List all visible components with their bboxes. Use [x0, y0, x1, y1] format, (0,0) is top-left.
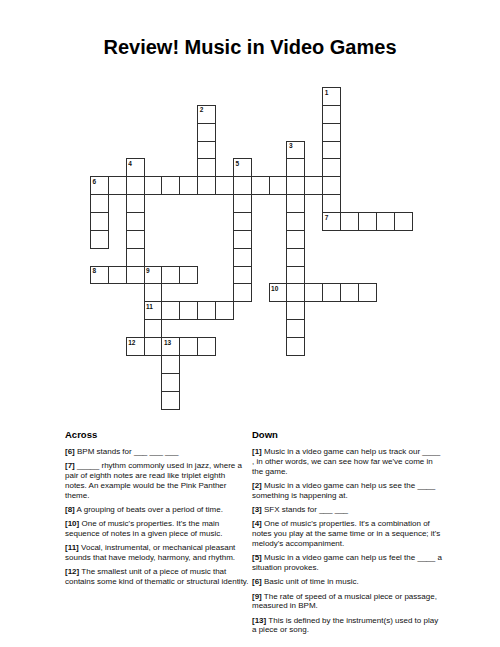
- grid-cell-r4c8[interactable]: 5: [233, 158, 252, 177]
- across-clue-12: [12] The smallest unit of a piece of mus…: [65, 567, 249, 587]
- grid-cell-r11c14[interactable]: [340, 283, 359, 302]
- grid-cell-r11c13[interactable]: [322, 283, 341, 302]
- cell-number: 11: [146, 303, 153, 310]
- grid-cell-r0c13[interactable]: 1: [322, 87, 341, 106]
- grid-cell-r2c13[interactable]: [322, 123, 341, 142]
- grid-cell-r5c9[interactable]: [251, 176, 270, 195]
- across-clue-10: [10] One of music's properties. It's the…: [65, 519, 249, 539]
- grid-cell-r9c8[interactable]: [233, 248, 252, 267]
- grid-cell-r12c6[interactable]: [197, 301, 216, 320]
- clue-text: The rate of speed of a musical piece or …: [252, 592, 437, 611]
- cell-number: 6: [93, 178, 97, 185]
- cell-number: 5: [235, 160, 239, 167]
- clue-text: The smallest unit of a piece of music th…: [65, 567, 249, 586]
- grid-cell-r10c1[interactable]: [108, 266, 127, 285]
- grid-cell-r13c11[interactable]: [286, 319, 305, 338]
- grid-cell-r5c6[interactable]: [197, 176, 216, 195]
- across-clue-list: [6] BPM stands for ___ ___ ___[7] _____ …: [65, 447, 249, 587]
- grid-cell-r12c4[interactable]: [161, 301, 180, 320]
- grid-cell-r7c15[interactable]: [358, 212, 377, 231]
- grid-cell-r6c13[interactable]: [322, 194, 341, 213]
- down-clues-section: Down [1] Music in a video game can help …: [252, 429, 444, 640]
- clue-text: One of music's properties. It's the main…: [65, 519, 222, 538]
- cell-number: 1: [325, 89, 329, 96]
- grid-cell-r14c6[interactable]: [197, 337, 216, 356]
- grid-cell-r3c11[interactable]: 3: [286, 141, 305, 160]
- down-clue-list: [1] Music in a video game can help us tr…: [252, 447, 444, 635]
- down-clue-3: [3] SFX stands for ___ ___: [252, 505, 444, 515]
- cell-number: 3: [289, 142, 293, 149]
- down-clue-4: [4] One of music's properties. It's a co…: [252, 519, 444, 548]
- crossword-worksheet-page: Review! Music in Video Games 12345678910…: [0, 0, 500, 647]
- clue-text: BPM stands for ___ ___ ___: [77, 447, 178, 456]
- down-clue-13: [13] This is defined by the instrument(s…: [252, 616, 444, 636]
- grid-cell-r10c4[interactable]: [161, 266, 180, 285]
- clue-text: One of music's properties. It's a combin…: [252, 519, 440, 548]
- grid-cell-r5c11[interactable]: [286, 176, 305, 195]
- grid-cell-r10c3[interactable]: 9: [144, 266, 163, 285]
- down-clue-5: [5] Music in a video game can help us fe…: [252, 553, 444, 573]
- grid-cell-r3c13[interactable]: [322, 141, 341, 160]
- grid-cell-r7c14[interactable]: [340, 212, 359, 231]
- grid-cell-r12c3[interactable]: 11: [144, 301, 163, 320]
- grid-cell-r10c2[interactable]: [126, 266, 145, 285]
- grid-cell-r3c6[interactable]: [197, 141, 216, 160]
- cell-number: 12: [128, 339, 135, 346]
- grid-cell-r10c5[interactable]: [179, 266, 198, 285]
- clue-number: [2]: [252, 481, 262, 490]
- cell-number: 7: [325, 214, 329, 221]
- puzzle-title: Review! Music in Video Games: [0, 36, 500, 59]
- grid-cell-r7c2[interactable]: [126, 212, 145, 231]
- clue-text: Music in a video game can help us see th…: [252, 481, 435, 500]
- down-clue-2: [2] Music in a video game can help us se…: [252, 481, 444, 501]
- clue-text: A grouping of beats over a period of tim…: [77, 505, 223, 514]
- clue-number: [13]: [252, 616, 266, 625]
- grid-cell-r12c11[interactable]: [286, 301, 305, 320]
- grid-cell-r9c11[interactable]: [286, 248, 305, 267]
- clue-number: [6]: [252, 577, 262, 586]
- grid-cell-r11c11[interactable]: [286, 283, 305, 302]
- grid-cell-r14c5[interactable]: [179, 337, 198, 356]
- grid-cell-r6c2[interactable]: [126, 194, 145, 213]
- grid-cell-r11c3[interactable]: [144, 283, 163, 302]
- across-clue-8: [8] A grouping of beats over a period of…: [65, 505, 249, 515]
- grid-cell-r13c3[interactable]: [144, 319, 163, 338]
- grid-cell-r5c3[interactable]: [144, 176, 163, 195]
- grid-cell-r11c15[interactable]: [358, 283, 377, 302]
- grid-cell-r14c3[interactable]: [144, 337, 163, 356]
- grid-cell-r17c4[interactable]: [161, 391, 180, 410]
- grid-cell-r9c2[interactable]: [126, 248, 145, 267]
- grid-cell-r6c11[interactable]: [286, 194, 305, 213]
- grid-cell-r10c11[interactable]: [286, 266, 305, 285]
- grid-cell-r8c8[interactable]: [233, 230, 252, 249]
- grid-cell-r5c0[interactable]: 6: [90, 176, 109, 195]
- clue-number: [5]: [252, 553, 262, 562]
- clue-number: [6]: [65, 447, 75, 456]
- grid-cell-r7c13[interactable]: 7: [322, 212, 341, 231]
- grid-cell-r12c5[interactable]: [179, 301, 198, 320]
- grid-cell-r8c2[interactable]: [126, 230, 145, 249]
- across-heading: Across: [65, 429, 249, 440]
- grid-cell-r14c2[interactable]: 12: [126, 337, 145, 356]
- clue-number: [9]: [252, 592, 262, 601]
- cell-number: 2: [200, 106, 204, 113]
- cell-number: 10: [271, 285, 278, 292]
- clue-number: [8]: [65, 505, 75, 514]
- grid-cell-r12c7[interactable]: [215, 301, 234, 320]
- clue-text: Vocal, instrumental, or mechanical pleas…: [65, 543, 235, 562]
- grid-cell-r5c1[interactable]: [108, 176, 127, 195]
- grid-cell-r10c8[interactable]: [233, 266, 252, 285]
- grid-cell-r15c4[interactable]: [161, 355, 180, 374]
- grid-cell-r4c13[interactable]: [322, 158, 341, 177]
- cell-number: 13: [164, 339, 171, 346]
- clue-number: [10]: [65, 519, 79, 528]
- clue-number: [4]: [252, 519, 262, 528]
- down-clue-6: [6] Basic unit of time in music.: [252, 577, 444, 587]
- grid-cell-r4c2[interactable]: 4: [126, 158, 145, 177]
- grid-cell-r1c13[interactable]: [322, 105, 341, 124]
- grid-cell-r11c12[interactable]: [304, 283, 323, 302]
- grid-cell-r7c8[interactable]: [233, 212, 252, 231]
- across-clue-11: [11] Vocal, instrumental, or mechanical …: [65, 543, 249, 563]
- grid-cell-r10c0[interactable]: 8: [90, 266, 109, 285]
- grid-cell-r14c4[interactable]: 13: [161, 337, 180, 356]
- grid-cell-r5c2[interactable]: [126, 176, 145, 195]
- grid-cell-r14c11[interactable]: [286, 337, 305, 356]
- grid-cell-r7c0[interactable]: [90, 212, 109, 231]
- clue-text: Music in a video game can help us feel t…: [252, 553, 442, 572]
- grid-cell-r6c8[interactable]: [233, 194, 252, 213]
- clue-text: Basic unit of time in music.: [264, 577, 359, 586]
- down-clue-9: [9] The rate of speed of a musical piece…: [252, 592, 444, 612]
- grid-cell-r5c8[interactable]: [233, 176, 252, 195]
- clue-text: Music in a video game can help us track …: [252, 447, 440, 476]
- grid-cell-r1c6[interactable]: 2: [197, 105, 216, 124]
- grid-cell-r7c16[interactable]: [376, 212, 395, 231]
- cell-number: 4: [128, 160, 132, 167]
- grid-cell-r16c4[interactable]: [161, 373, 180, 392]
- grid-cell-r7c11[interactable]: [286, 212, 305, 231]
- grid-cell-r4c6[interactable]: [197, 158, 216, 177]
- down-clue-1: [1] Music in a video game can help us tr…: [252, 447, 444, 476]
- grid-cell-r11c10[interactable]: 10: [269, 283, 288, 302]
- grid-cell-r5c4[interactable]: [161, 176, 180, 195]
- clue-number: [11]: [65, 543, 79, 552]
- grid-cell-r2c6[interactable]: [197, 123, 216, 142]
- across-clue-7: [7] _____ rhythm commonly used in jazz, …: [65, 461, 249, 500]
- grid-cell-r5c5[interactable]: [179, 176, 198, 195]
- clue-number: [7]: [65, 461, 75, 470]
- crossword-grid: 12345678910111213: [90, 87, 412, 409]
- grid-cell-r5c7[interactable]: [215, 176, 234, 195]
- clue-text: _____ rhythm commonly used in jazz, wher…: [65, 461, 242, 499]
- grid-cell-r8c0[interactable]: [90, 230, 109, 249]
- clue-number: [12]: [65, 567, 79, 576]
- clue-number: [1]: [252, 447, 262, 456]
- grid-cell-r6c0[interactable]: [90, 194, 109, 213]
- down-heading: Down: [252, 429, 444, 440]
- across-clue-6: [6] BPM stands for ___ ___ ___: [65, 447, 249, 457]
- grid-cell-r5c12[interactable]: [304, 176, 323, 195]
- clue-text: SFX stands for ___ ___: [264, 505, 348, 514]
- cell-number: 9: [146, 267, 150, 274]
- grid-cell-r5c10[interactable]: [269, 176, 288, 195]
- clue-text: This is defined by the instrument(s) use…: [252, 616, 438, 635]
- cell-number: 8: [93, 267, 97, 274]
- across-clues-section: Across [6] BPM stands for ___ ___ ___[7]…: [65, 429, 249, 592]
- grid-cell-r11c8[interactable]: [233, 283, 252, 302]
- clue-number: [3]: [252, 505, 262, 514]
- grid-cell-r8c11[interactable]: [286, 230, 305, 249]
- grid-cell-r7c17[interactable]: [394, 212, 413, 231]
- grid-cell-r4c11[interactable]: [286, 158, 305, 177]
- grid-cell-r5c13[interactable]: [322, 176, 341, 195]
